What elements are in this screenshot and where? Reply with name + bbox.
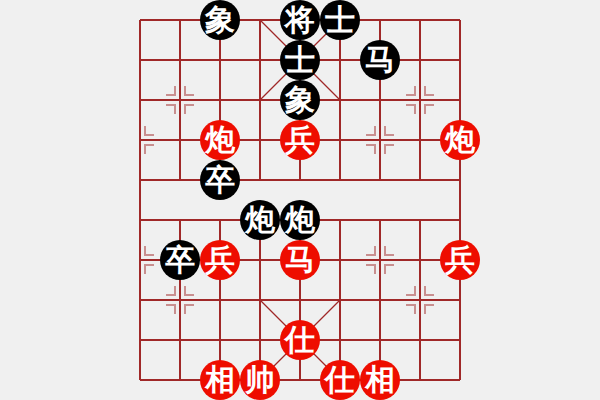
piece-red-horse[interactable]: 马 xyxy=(280,240,320,280)
piece-red-pawn[interactable]: 兵 xyxy=(440,240,480,280)
xiangqi-app-screen: 象将士士马象炮兵炮卒炮炮卒兵马兵仕相帅仕相 xyxy=(0,0,600,400)
piece-red-general[interactable]: 帅 xyxy=(240,360,280,400)
piece-red-pawn[interactable]: 兵 xyxy=(200,240,240,280)
piece-black-elephant[interactable]: 象 xyxy=(200,0,240,40)
piece-black-pawn[interactable]: 卒 xyxy=(200,160,240,200)
piece-red-advisor[interactable]: 仕 xyxy=(320,360,360,400)
board-points-layer: 象将士士马象炮兵炮卒炮炮卒兵马兵仕相帅仕相 xyxy=(120,0,480,400)
piece-black-advisor[interactable]: 士 xyxy=(320,0,360,40)
piece-black-pawn[interactable]: 卒 xyxy=(160,240,200,280)
xiangqi-board[interactable]: 象将士士马象炮兵炮卒炮炮卒兵马兵仕相帅仕相 xyxy=(0,0,600,400)
piece-red-cannon[interactable]: 炮 xyxy=(440,120,480,160)
piece-black-advisor[interactable]: 士 xyxy=(280,40,320,80)
piece-red-cannon[interactable]: 炮 xyxy=(200,120,240,160)
piece-red-pawn[interactable]: 兵 xyxy=(280,120,320,160)
piece-black-horse[interactable]: 马 xyxy=(360,40,400,80)
piece-black-cannon[interactable]: 炮 xyxy=(280,200,320,240)
piece-red-elephant[interactable]: 相 xyxy=(360,360,400,400)
piece-red-advisor[interactable]: 仕 xyxy=(280,320,320,360)
piece-black-cannon[interactable]: 炮 xyxy=(240,200,280,240)
piece-black-general[interactable]: 将 xyxy=(280,0,320,40)
piece-red-elephant[interactable]: 相 xyxy=(200,360,240,400)
piece-black-elephant[interactable]: 象 xyxy=(280,80,320,120)
